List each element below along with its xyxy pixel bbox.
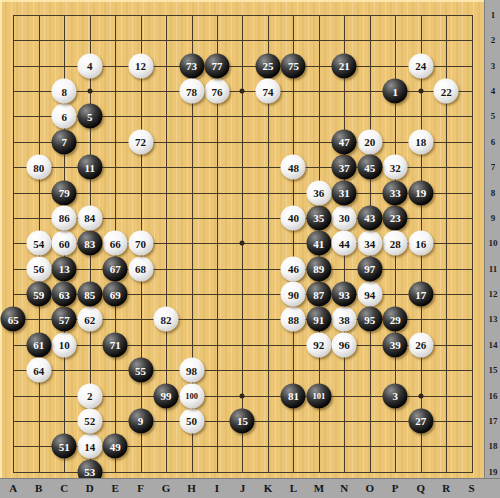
column-label-C: C — [60, 482, 68, 494]
move-number: 40 — [288, 212, 299, 224]
row-label-14: 14 — [485, 340, 500, 350]
move-number: 100 — [185, 391, 198, 401]
white-stone-78[interactable]: 78 — [179, 79, 204, 104]
column-label-N: N — [340, 482, 348, 494]
black-stone-47[interactable]: 47 — [332, 129, 357, 154]
move-number: 92 — [313, 339, 324, 351]
move-number: 17 — [415, 288, 426, 300]
move-number: 53 — [84, 466, 95, 478]
row-label-9: 9 — [485, 213, 500, 223]
white-stone-90[interactable]: 90 — [281, 282, 306, 307]
column-label-I: I — [215, 482, 219, 494]
move-number: 67 — [110, 263, 121, 275]
star-point-J16 — [240, 393, 245, 398]
move-number: 38 — [339, 313, 350, 325]
white-stone-4[interactable]: 4 — [77, 53, 102, 78]
black-stone-13[interactable]: 13 — [52, 256, 77, 281]
move-number: 89 — [313, 263, 324, 275]
star-point-Q16 — [418, 393, 423, 398]
move-number: 86 — [59, 212, 70, 224]
move-number: 96 — [339, 339, 350, 351]
white-stone-34[interactable]: 34 — [357, 231, 382, 256]
black-stone-3[interactable]: 3 — [383, 383, 408, 408]
column-label-D: D — [86, 482, 94, 494]
white-stone-62[interactable]: 62 — [77, 307, 102, 332]
move-number: 88 — [288, 313, 299, 325]
go-board[interactable]: 1234567891011121314151617181920212223242… — [0, 0, 484, 478]
white-stone-64[interactable]: 64 — [26, 358, 51, 383]
column-label-O: O — [366, 482, 375, 494]
move-number: 12 — [135, 60, 146, 72]
white-stone-20[interactable]: 20 — [357, 129, 382, 154]
black-stone-29[interactable]: 29 — [383, 307, 408, 332]
row-label-8: 8 — [485, 188, 500, 198]
move-number: 81 — [288, 390, 299, 402]
row-label-10: 10 — [485, 238, 500, 248]
row-coordinates-bar: 12345678910111213141516171819 — [484, 0, 500, 478]
move-number: 28 — [390, 237, 401, 249]
black-stone-41[interactable]: 41 — [306, 231, 331, 256]
column-label-S: S — [469, 482, 475, 494]
white-stone-74[interactable]: 74 — [255, 79, 280, 104]
move-number: 59 — [33, 288, 44, 300]
move-number: 80 — [33, 161, 44, 173]
move-number: 47 — [339, 136, 350, 148]
grid-line-row-11 — [13, 269, 472, 270]
black-stone-85[interactable]: 85 — [77, 282, 102, 307]
white-stone-68[interactable]: 68 — [128, 256, 153, 281]
row-label-5: 5 — [485, 111, 500, 121]
move-number: 45 — [364, 161, 375, 173]
move-number: 11 — [84, 161, 94, 173]
move-number: 70 — [135, 237, 146, 249]
move-number: 72 — [135, 136, 146, 148]
black-stone-81[interactable]: 81 — [281, 383, 306, 408]
black-stone-43[interactable]: 43 — [357, 205, 382, 230]
row-label-3: 3 — [485, 61, 500, 71]
white-stone-96[interactable]: 96 — [332, 332, 357, 357]
black-stone-27[interactable]: 27 — [408, 408, 433, 433]
black-stone-35[interactable]: 35 — [306, 205, 331, 230]
move-number: 48 — [288, 161, 299, 173]
move-number: 4 — [87, 60, 93, 72]
move-number: 68 — [135, 263, 146, 275]
black-stone-57[interactable]: 57 — [52, 307, 77, 332]
star-point-J4 — [240, 89, 245, 94]
move-number: 27 — [415, 415, 426, 427]
move-number: 39 — [390, 339, 401, 351]
move-number: 34 — [364, 237, 375, 249]
move-number: 101 — [312, 391, 325, 401]
grid-line-row-6 — [13, 142, 472, 143]
move-number: 44 — [339, 237, 350, 249]
white-stone-88[interactable]: 88 — [281, 307, 306, 332]
white-stone-94[interactable]: 94 — [357, 282, 382, 307]
white-stone-6[interactable]: 6 — [52, 104, 77, 129]
black-stone-93[interactable]: 93 — [332, 282, 357, 307]
black-stone-51[interactable]: 51 — [52, 434, 77, 459]
move-number: 57 — [59, 313, 70, 325]
black-stone-31[interactable]: 31 — [332, 180, 357, 205]
star-point-Q4 — [418, 89, 423, 94]
move-number: 54 — [33, 237, 44, 249]
move-number: 63 — [59, 288, 70, 300]
move-number: 82 — [161, 313, 172, 325]
row-label-17: 17 — [485, 416, 500, 426]
row-label-18: 18 — [485, 441, 500, 451]
row-label-6: 6 — [485, 137, 500, 147]
move-number: 55 — [135, 364, 146, 376]
black-stone-1[interactable]: 1 — [383, 79, 408, 104]
black-stone-61[interactable]: 61 — [26, 332, 51, 357]
white-stone-36[interactable]: 36 — [306, 180, 331, 205]
black-stone-39[interactable]: 39 — [383, 332, 408, 357]
row-label-11: 11 — [485, 264, 500, 274]
move-number: 25 — [262, 60, 273, 72]
move-number: 69 — [110, 288, 121, 300]
row-label-19: 19 — [485, 467, 500, 477]
move-number: 10 — [59, 339, 70, 351]
white-stone-76[interactable]: 76 — [205, 79, 230, 104]
black-stone-97[interactable]: 97 — [357, 256, 382, 281]
move-number: 9 — [138, 415, 144, 427]
black-stone-17[interactable]: 17 — [408, 282, 433, 307]
move-number: 24 — [415, 60, 426, 72]
row-label-7: 7 — [485, 162, 500, 172]
white-stone-30[interactable]: 30 — [332, 205, 357, 230]
move-number: 98 — [186, 364, 197, 376]
black-stone-19[interactable]: 19 — [408, 180, 433, 205]
black-stone-71[interactable]: 71 — [103, 332, 128, 357]
white-stone-16[interactable]: 16 — [408, 231, 433, 256]
black-stone-99[interactable]: 99 — [154, 383, 179, 408]
move-number: 37 — [339, 161, 350, 173]
white-stone-86[interactable]: 86 — [52, 205, 77, 230]
white-stone-52[interactable]: 52 — [77, 408, 102, 433]
white-stone-8[interactable]: 8 — [52, 79, 77, 104]
white-stone-72[interactable]: 72 — [128, 129, 153, 154]
move-number: 16 — [415, 237, 426, 249]
column-label-R: R — [442, 482, 450, 494]
white-stone-44[interactable]: 44 — [332, 231, 357, 256]
black-stone-59[interactable]: 59 — [26, 282, 51, 307]
black-stone-5[interactable]: 5 — [77, 104, 102, 129]
move-number: 61 — [33, 339, 44, 351]
move-number: 84 — [84, 212, 95, 224]
column-label-P: P — [392, 482, 399, 494]
white-stone-46[interactable]: 46 — [281, 256, 306, 281]
move-number: 7 — [61, 136, 67, 148]
column-label-B: B — [35, 482, 42, 494]
move-number: 36 — [313, 187, 324, 199]
grid-line-row-2 — [13, 40, 472, 41]
move-number: 1 — [392, 85, 398, 97]
move-number: 46 — [288, 263, 299, 275]
move-number: 50 — [186, 415, 197, 427]
white-stone-82[interactable]: 82 — [154, 307, 179, 332]
black-stone-37[interactable]: 37 — [332, 155, 357, 180]
black-stone-101[interactable]: 101 — [306, 383, 331, 408]
white-stone-24[interactable]: 24 — [408, 53, 433, 78]
move-number: 31 — [339, 187, 350, 199]
white-stone-14[interactable]: 14 — [77, 434, 102, 459]
row-label-12: 12 — [485, 289, 500, 299]
black-stone-25[interactable]: 25 — [255, 53, 280, 78]
black-stone-67[interactable]: 67 — [103, 256, 128, 281]
white-stone-26[interactable]: 26 — [408, 332, 433, 357]
grid-line-row-15 — [13, 370, 472, 371]
white-stone-70[interactable]: 70 — [128, 231, 153, 256]
black-stone-65[interactable]: 65 — [1, 307, 26, 332]
white-stone-28[interactable]: 28 — [383, 231, 408, 256]
move-number: 93 — [339, 288, 350, 300]
black-stone-63[interactable]: 63 — [52, 282, 77, 307]
black-stone-95[interactable]: 95 — [357, 307, 382, 332]
black-stone-7[interactable]: 7 — [52, 129, 77, 154]
white-stone-18[interactable]: 18 — [408, 129, 433, 154]
black-stone-21[interactable]: 21 — [332, 53, 357, 78]
white-stone-38[interactable]: 38 — [332, 307, 357, 332]
move-number: 8 — [61, 85, 67, 97]
move-number: 66 — [110, 237, 121, 249]
move-number: 75 — [288, 60, 299, 72]
white-stone-54[interactable]: 54 — [26, 231, 51, 256]
move-number: 62 — [84, 313, 95, 325]
move-number: 78 — [186, 85, 197, 97]
move-number: 95 — [364, 313, 375, 325]
move-number: 56 — [33, 263, 44, 275]
star-point-D4 — [87, 89, 92, 94]
move-number: 33 — [390, 187, 401, 199]
row-label-16: 16 — [485, 391, 500, 401]
black-stone-79[interactable]: 79 — [52, 180, 77, 205]
star-point-J10 — [240, 241, 245, 246]
white-stone-100[interactable]: 100 — [179, 383, 204, 408]
black-stone-87[interactable]: 87 — [306, 282, 331, 307]
black-stone-33[interactable]: 33 — [383, 180, 408, 205]
move-number: 6 — [61, 110, 67, 122]
white-stone-48[interactable]: 48 — [281, 155, 306, 180]
white-stone-66[interactable]: 66 — [103, 231, 128, 256]
row-label-1: 1 — [485, 10, 500, 20]
move-number: 5 — [87, 110, 93, 122]
column-label-E: E — [111, 482, 118, 494]
move-number: 76 — [212, 85, 223, 97]
white-stone-10[interactable]: 10 — [52, 332, 77, 357]
black-stone-55[interactable]: 55 — [128, 358, 153, 383]
move-number: 52 — [84, 415, 95, 427]
move-number: 99 — [161, 390, 172, 402]
move-number: 51 — [59, 440, 70, 452]
white-stone-2[interactable]: 2 — [77, 383, 102, 408]
black-stone-45[interactable]: 45 — [357, 155, 382, 180]
black-stone-9[interactable]: 9 — [128, 408, 153, 433]
move-number: 23 — [390, 212, 401, 224]
move-number: 21 — [339, 60, 350, 72]
move-number: 26 — [415, 339, 426, 351]
white-stone-12[interactable]: 12 — [128, 53, 153, 78]
white-stone-92[interactable]: 92 — [306, 332, 331, 357]
white-stone-60[interactable]: 60 — [52, 231, 77, 256]
move-number: 15 — [237, 415, 248, 427]
black-stone-75[interactable]: 75 — [281, 53, 306, 78]
black-stone-11[interactable]: 11 — [77, 155, 102, 180]
move-number: 13 — [59, 263, 70, 275]
black-stone-73[interactable]: 73 — [179, 53, 204, 78]
move-number: 90 — [288, 288, 299, 300]
move-number: 83 — [84, 237, 95, 249]
move-number: 19 — [415, 187, 426, 199]
row-label-13: 13 — [485, 314, 500, 324]
column-label-J: J — [240, 482, 246, 494]
row-label-15: 15 — [485, 365, 500, 375]
grid-line-row-1 — [13, 15, 472, 16]
black-stone-23[interactable]: 23 — [383, 205, 408, 230]
black-stone-49[interactable]: 49 — [103, 434, 128, 459]
go-kifu-diagram: 1234567891011121314151617181920212223242… — [0, 0, 500, 498]
move-number: 74 — [262, 85, 273, 97]
move-number: 22 — [441, 85, 452, 97]
black-stone-69[interactable]: 69 — [103, 282, 128, 307]
black-stone-89[interactable]: 89 — [306, 256, 331, 281]
move-number: 77 — [212, 60, 223, 72]
column-label-Q: Q — [416, 482, 425, 494]
move-number: 71 — [110, 339, 121, 351]
move-number: 49 — [110, 440, 121, 452]
move-number: 14 — [84, 440, 95, 452]
white-stone-56[interactable]: 56 — [26, 256, 51, 281]
black-stone-91[interactable]: 91 — [306, 307, 331, 332]
white-stone-22[interactable]: 22 — [434, 79, 459, 104]
column-label-A: A — [9, 482, 17, 494]
move-number: 3 — [392, 390, 398, 402]
column-label-L: L — [290, 482, 297, 494]
white-stone-50[interactable]: 50 — [179, 408, 204, 433]
move-number: 20 — [364, 136, 375, 148]
move-number: 41 — [313, 237, 324, 249]
move-number: 60 — [59, 237, 70, 249]
row-label-4: 4 — [485, 86, 500, 96]
black-stone-83[interactable]: 83 — [77, 231, 102, 256]
move-number: 35 — [313, 212, 324, 224]
move-number: 64 — [33, 364, 44, 376]
white-stone-98[interactable]: 98 — [179, 358, 204, 383]
move-number: 29 — [390, 313, 401, 325]
column-coordinates-bar: ABCDEFGHIJKLMNOPQRS — [0, 478, 500, 498]
move-number: 65 — [8, 313, 19, 325]
move-number: 30 — [339, 212, 350, 224]
move-number: 79 — [59, 187, 70, 199]
row-label-2: 2 — [485, 35, 500, 45]
move-number: 97 — [364, 263, 375, 275]
white-stone-80[interactable]: 80 — [26, 155, 51, 180]
white-stone-84[interactable]: 84 — [77, 205, 102, 230]
move-number: 73 — [186, 60, 197, 72]
move-number: 87 — [313, 288, 324, 300]
move-number: 85 — [84, 288, 95, 300]
move-number: 91 — [313, 313, 324, 325]
black-stone-15[interactable]: 15 — [230, 408, 255, 433]
move-number: 94 — [364, 288, 375, 300]
move-number: 43 — [364, 212, 375, 224]
column-label-K: K — [264, 482, 273, 494]
move-number: 2 — [87, 390, 93, 402]
column-label-F: F — [137, 482, 144, 494]
move-number: 32 — [390, 161, 401, 173]
white-stone-32[interactable]: 32 — [383, 155, 408, 180]
column-label-H: H — [187, 482, 196, 494]
move-number: 18 — [415, 136, 426, 148]
white-stone-40[interactable]: 40 — [281, 205, 306, 230]
column-label-G: G — [162, 482, 171, 494]
black-stone-77[interactable]: 77 — [205, 53, 230, 78]
column-label-M: M — [314, 482, 324, 494]
